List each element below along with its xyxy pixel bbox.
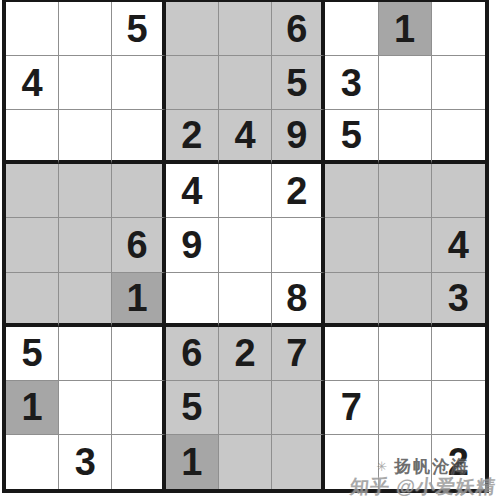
cell-r3c3[interactable] — [112, 110, 165, 164]
cell-r3c4[interactable]: 2 — [166, 110, 219, 164]
cell-r6c2[interactable] — [59, 273, 112, 327]
cell-r8c5[interactable] — [219, 381, 272, 435]
cell-r4c3[interactable] — [112, 164, 165, 218]
cell-r8c7[interactable]: 7 — [325, 381, 378, 435]
cell-r5c7[interactable] — [325, 218, 378, 272]
sudoku-screenshot: 5614532495426941835627157312 ✳扬帆沧海 知乎 @小… — [0, 0, 502, 500]
cell-r7c4[interactable]: 6 — [166, 327, 219, 381]
cell-r6c7[interactable] — [325, 273, 378, 327]
cell-r9c8[interactable] — [379, 435, 432, 489]
cell-r7c6[interactable]: 7 — [272, 327, 325, 381]
cell-r8c8[interactable] — [379, 381, 432, 435]
sudoku-board: 5614532495426941835627157312 — [2, 0, 489, 493]
cell-r2c9[interactable] — [432, 56, 485, 110]
cell-r8c6[interactable] — [272, 381, 325, 435]
cell-r1c5[interactable] — [219, 2, 272, 56]
cell-r3c7[interactable]: 5 — [325, 110, 378, 164]
cell-r2c1[interactable]: 4 — [6, 56, 59, 110]
cell-r6c9[interactable]: 3 — [432, 273, 485, 327]
cell-r4c9[interactable] — [432, 164, 485, 218]
cell-r5c9[interactable]: 4 — [432, 218, 485, 272]
cell-r8c9[interactable] — [432, 381, 485, 435]
cell-r6c4[interactable] — [166, 273, 219, 327]
cell-r1c6[interactable]: 6 — [272, 2, 325, 56]
cell-r9c3[interactable] — [112, 435, 165, 489]
cell-r6c5[interactable] — [219, 273, 272, 327]
cell-r4c1[interactable] — [6, 164, 59, 218]
cell-r2c3[interactable] — [112, 56, 165, 110]
cell-r4c8[interactable] — [379, 164, 432, 218]
cell-r8c1[interactable]: 1 — [6, 381, 59, 435]
cell-r8c4[interactable]: 5 — [166, 381, 219, 435]
sudoku-grid: 5614532495426941835627157312 — [6, 2, 485, 489]
cell-r2c8[interactable] — [379, 56, 432, 110]
cell-r4c2[interactable] — [59, 164, 112, 218]
cell-r3c9[interactable] — [432, 110, 485, 164]
cell-r5c8[interactable] — [379, 218, 432, 272]
cell-r7c7[interactable] — [325, 327, 378, 381]
cell-r9c4[interactable]: 1 — [166, 435, 219, 489]
cell-r5c4[interactable]: 9 — [166, 218, 219, 272]
cell-r1c3[interactable]: 5 — [112, 2, 165, 56]
cell-r4c6[interactable]: 2 — [272, 164, 325, 218]
cell-r1c2[interactable] — [59, 2, 112, 56]
cell-r3c6[interactable]: 9 — [272, 110, 325, 164]
cell-r7c9[interactable] — [432, 327, 485, 381]
cell-r2c2[interactable] — [59, 56, 112, 110]
cell-r5c5[interactable] — [219, 218, 272, 272]
cell-r4c7[interactable] — [325, 164, 378, 218]
cell-r5c2[interactable] — [59, 218, 112, 272]
cell-r3c2[interactable] — [59, 110, 112, 164]
cell-r9c2[interactable]: 3 — [59, 435, 112, 489]
cell-r7c5[interactable]: 2 — [219, 327, 272, 381]
cell-r2c4[interactable] — [166, 56, 219, 110]
cell-r1c8[interactable]: 1 — [379, 2, 432, 56]
cell-r2c6[interactable]: 5 — [272, 56, 325, 110]
cell-r8c2[interactable] — [59, 381, 112, 435]
cell-r5c6[interactable] — [272, 218, 325, 272]
cell-r5c1[interactable] — [6, 218, 59, 272]
cell-r5c3[interactable]: 6 — [112, 218, 165, 272]
cell-r3c5[interactable]: 4 — [219, 110, 272, 164]
cell-r2c5[interactable] — [219, 56, 272, 110]
cell-r7c8[interactable] — [379, 327, 432, 381]
cell-r1c9[interactable] — [432, 2, 485, 56]
cell-r3c1[interactable] — [6, 110, 59, 164]
cell-r8c3[interactable] — [112, 381, 165, 435]
cell-r7c1[interactable]: 5 — [6, 327, 59, 381]
cell-r9c5[interactable] — [219, 435, 272, 489]
cell-r6c8[interactable] — [379, 273, 432, 327]
cell-r9c9[interactable]: 2 — [432, 435, 485, 489]
cell-r9c1[interactable] — [6, 435, 59, 489]
cell-r3c8[interactable] — [379, 110, 432, 164]
cell-r6c3[interactable]: 1 — [112, 273, 165, 327]
cell-r6c1[interactable] — [6, 273, 59, 327]
cell-r6c6[interactable]: 8 — [272, 273, 325, 327]
cell-r9c7[interactable] — [325, 435, 378, 489]
cell-r2c7[interactable]: 3 — [325, 56, 378, 110]
cell-r7c2[interactable] — [59, 327, 112, 381]
cell-r9c6[interactable] — [272, 435, 325, 489]
cell-r7c3[interactable] — [112, 327, 165, 381]
cell-r1c1[interactable] — [6, 2, 59, 56]
cell-r4c5[interactable] — [219, 164, 272, 218]
cell-r1c4[interactable] — [166, 2, 219, 56]
cell-r1c7[interactable] — [325, 2, 378, 56]
cell-r4c4[interactable]: 4 — [166, 164, 219, 218]
